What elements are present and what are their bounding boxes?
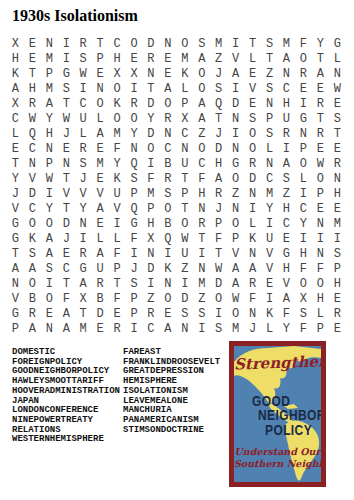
grid-cell-r7c15: O <box>244 126 261 141</box>
grid-cell-r1c12: S <box>193 36 210 51</box>
grid-cell-r11c1: J <box>7 186 24 201</box>
grid-cell-r8c3: N <box>41 141 58 156</box>
grid-cell-r4c18: E <box>295 81 312 96</box>
grid-cell-r13c18: Y <box>295 217 312 232</box>
grid-cell-r2c12: A <box>193 51 210 66</box>
grid-cell-r20c12: I <box>193 322 210 337</box>
grid-cell-r20c3: N <box>41 322 58 337</box>
grid-cell-r10c9: F <box>143 171 160 186</box>
grid-cell-r15c4: E <box>58 247 75 262</box>
grid-cell-r14c16: U <box>261 232 278 247</box>
grid-cell-r2c10: E <box>159 51 176 66</box>
grid-cell-r13c12: R <box>193 217 210 232</box>
grid-cell-r5c7: K <box>109 96 126 111</box>
grid-cell-r16c3: S <box>41 262 58 277</box>
grid-cell-r19c13: I <box>210 307 227 322</box>
grid-cell-r7c3: H <box>41 126 58 141</box>
grid-cell-r2c16: T <box>261 51 278 66</box>
grid-cell-r15c1: T <box>7 247 24 262</box>
grid-cell-r5c4: T <box>58 96 75 111</box>
grid-cell-r19c8: P <box>126 307 143 322</box>
grid-cell-r2c19: T <box>312 51 329 66</box>
grid-cell-r14c18: I <box>295 232 312 247</box>
grid-cell-r4c1: A <box>7 81 24 96</box>
grid-cell-r14c7: L <box>109 232 126 247</box>
grid-cell-r8c2: C <box>24 141 41 156</box>
grid-cell-r14c1: G <box>7 232 24 247</box>
grid-cell-r11c5: V <box>75 186 92 201</box>
grid-cell-r6c5: U <box>75 111 92 126</box>
grid-cell-r14c10: Q <box>159 232 176 247</box>
grid-cell-r14c15: K <box>244 232 261 247</box>
grid-cell-r8c15: O <box>244 141 261 156</box>
grid-cell-r17c5: A <box>75 277 92 292</box>
grid-cell-r11c3: I <box>41 186 58 201</box>
grid-cell-r15c8: I <box>126 247 143 262</box>
grid-cell-r4c20: W <box>329 81 346 96</box>
grid-cell-r15c9: N <box>143 247 160 262</box>
grid-cell-r19c4: A <box>58 307 75 322</box>
grid-cell-r12c20: E <box>329 202 346 217</box>
grid-cell-r18c9: Z <box>143 292 160 307</box>
grid-cell-r20c13: S <box>210 322 227 337</box>
grid-cell-r13c1: G <box>7 217 24 232</box>
grid-cell-r6c13: T <box>210 111 227 126</box>
grid-cell-r10c4: T <box>58 171 75 186</box>
grid-cell-r5c8: R <box>126 96 143 111</box>
grid-cell-r11c12: H <box>193 186 210 201</box>
grid-cell-r7c19: R <box>312 126 329 141</box>
grid-cell-r7c7: M <box>109 126 126 141</box>
grid-cell-r13c14: O <box>227 217 244 232</box>
grid-cell-r4c16: S <box>261 81 278 96</box>
grid-cell-r17c8: S <box>126 277 143 292</box>
grid-cell-r1c17: M <box>278 36 295 51</box>
grid-cell-r18c8: P <box>126 292 143 307</box>
grid-cell-r11c7: U <box>109 186 126 201</box>
grid-cell-r6c16: P <box>261 111 278 126</box>
grid-cell-r17c7: T <box>109 277 126 292</box>
grid-cell-r7c5: L <box>75 126 92 141</box>
grid-cell-r13c19: N <box>312 217 329 232</box>
grid-cell-r3c8: X <box>126 66 143 81</box>
grid-cell-r12c12: N <box>193 202 210 217</box>
grid-cell-r13c6: E <box>92 217 109 232</box>
word-list: DOMESTICFOREIGNPOLICYGOODNEIGHBORPOLICYH… <box>12 348 220 445</box>
grid-cell-r1c2: E <box>24 36 41 51</box>
grid-cell-r9c12: C <box>193 156 210 171</box>
grid-cell-r11c18: I <box>295 186 312 201</box>
grid-cell-r6c9: Y <box>143 111 160 126</box>
grid-cell-r1c5: R <box>75 36 92 51</box>
grid-cell-r4c5: I <box>75 81 92 96</box>
grid-cell-r5c14: D <box>227 96 244 111</box>
grid-cell-r3c18: R <box>295 66 312 81</box>
grid-cell-r16c17: H <box>278 262 295 277</box>
grid-cell-r6c6: L <box>92 111 109 126</box>
word-list-item: WESTERNHEMISPHERE <box>12 435 123 445</box>
grid-cell-r9c14: G <box>227 156 244 171</box>
grid-cell-r14c13: F <box>210 232 227 247</box>
grid-cell-r18c20: E <box>329 292 346 307</box>
grid-cell-r10c1: Y <box>7 171 24 186</box>
grid-cell-r18c5: X <box>75 292 92 307</box>
grid-cell-r19c11: S <box>176 307 193 322</box>
grid-cell-r19c17: F <box>278 307 295 322</box>
grid-cell-r16c16: V <box>261 262 278 277</box>
grid-cell-r8c7: F <box>109 141 126 156</box>
grid-cell-r12c19: E <box>312 202 329 217</box>
grid-cell-r3c1: K <box>7 66 24 81</box>
grid-cell-r17c6: R <box>92 277 109 292</box>
grid-cell-r5c3: A <box>41 96 58 111</box>
grid-cell-r11c19: P <box>312 186 329 201</box>
grid-cell-r5c19: R <box>312 96 329 111</box>
grid-cell-r9c1: T <box>7 156 24 171</box>
grid-cell-r17c13: D <box>210 277 227 292</box>
grid-cell-r17c9: I <box>143 277 160 292</box>
grid-cell-r10c8: S <box>126 171 143 186</box>
grid-cell-r12c2: C <box>24 202 41 217</box>
grid-cell-r1c1: X <box>7 36 24 51</box>
grid-cell-r1c15: T <box>244 36 261 51</box>
grid-cell-r17c10: N <box>159 277 176 292</box>
grid-cell-r16c10: K <box>159 262 176 277</box>
grid-cell-r18c7: F <box>109 292 126 307</box>
grid-cell-r10c6: E <box>92 171 109 186</box>
grid-cell-r13c15: L <box>244 217 261 232</box>
grid-cell-r6c3: Y <box>41 111 58 126</box>
grid-cell-r15c6: A <box>92 247 109 262</box>
grid-cell-r19c6: D <box>92 307 109 322</box>
grid-cell-r5c16: N <box>261 96 278 111</box>
poster-strengthen-text: Strengthen <box>234 352 321 373</box>
grid-cell-r6c20: S <box>329 111 346 126</box>
grid-cell-r2c15: L <box>244 51 261 66</box>
grid-cell-r8c5: R <box>75 141 92 156</box>
grid-cell-r1c14: I <box>227 36 244 51</box>
grid-cell-r5c12: A <box>193 96 210 111</box>
grid-cell-r18c6: B <box>92 292 109 307</box>
grid-cell-r4c10: A <box>159 81 176 96</box>
grid-cell-r12c5: Y <box>75 202 92 217</box>
grid-cell-r11c14: Z <box>227 186 244 201</box>
grid-cell-r8c6: E <box>92 141 109 156</box>
grid-cell-r4c8: I <box>126 81 143 96</box>
grid-cell-r3c4: G <box>58 66 75 81</box>
grid-cell-r3c2: T <box>24 66 41 81</box>
grid-cell-r17c20: H <box>329 277 346 292</box>
poster-understand-our-text: Understand Our <box>234 446 321 457</box>
grid-cell-r18c2: B <box>24 292 41 307</box>
grid-cell-r13c4: D <box>58 217 75 232</box>
grid-cell-r15c3: A <box>41 247 58 262</box>
grid-cell-r19c9: R <box>143 307 160 322</box>
grid-cell-r15c2: S <box>24 247 41 262</box>
grid-cell-r3c11: K <box>176 66 193 81</box>
grid-cell-r17c11: I <box>176 277 193 292</box>
grid-cell-r7c18: N <box>295 126 312 141</box>
grid-cell-r11c20: H <box>329 186 346 201</box>
grid-cell-r2c20: L <box>329 51 346 66</box>
grid-cell-r8c11: N <box>176 141 193 156</box>
grid-cell-r5c9: D <box>143 96 160 111</box>
grid-cell-r5c18: I <box>295 96 312 111</box>
grid-cell-r20c9: C <box>143 322 160 337</box>
grid-cell-r3c15: E <box>244 66 261 81</box>
grid-cell-r3c6: E <box>92 66 109 81</box>
grid-cell-r18c4: F <box>58 292 75 307</box>
grid-cell-r15c20: S <box>329 247 346 262</box>
grid-cell-r18c11: D <box>176 292 193 307</box>
grid-cell-r20c15: J <box>244 322 261 337</box>
grid-cell-r7c17: R <box>278 126 295 141</box>
grid-cell-r11c17: Z <box>278 186 295 201</box>
grid-cell-r12c18: C <box>295 202 312 217</box>
grid-cell-r2c3: M <box>41 51 58 66</box>
grid-cell-r3c16: Z <box>261 66 278 81</box>
grid-cell-r15c12: I <box>193 247 210 262</box>
grid-cell-r11c6: V <box>92 186 109 201</box>
poster-headline-policy: POLICY <box>265 421 312 439</box>
grid-cell-r14c5: I <box>75 232 92 247</box>
grid-cell-r8c13: D <box>210 141 227 156</box>
grid-cell-r15c18: H <box>295 247 312 262</box>
grid-cell-r19c16: K <box>261 307 278 322</box>
grid-cell-r15c14: V <box>227 247 244 262</box>
grid-cell-r10c5: J <box>75 171 92 186</box>
grid-cell-r2c2: E <box>24 51 41 66</box>
grid-cell-r12c11: T <box>176 202 193 217</box>
grid-cell-r13c11: O <box>176 217 193 232</box>
grid-cell-r20c8: I <box>126 322 143 337</box>
grid-cell-r17c15: R <box>244 277 261 292</box>
grid-cell-r17c14: A <box>227 277 244 292</box>
grid-cell-r8c17: I <box>278 141 295 156</box>
grid-cell-r8c4: E <box>58 141 75 156</box>
grid-cell-r5c1: X <box>7 96 24 111</box>
grid-cell-r16c5: G <box>75 262 92 277</box>
grid-cell-r7c6: A <box>92 126 109 141</box>
grid-cell-r10c19: O <box>312 171 329 186</box>
grid-cell-r18c19: H <box>312 292 329 307</box>
grid-cell-r20c10: A <box>159 322 176 337</box>
grid-cell-r6c14: N <box>227 111 244 126</box>
grid-cell-r4c17: C <box>278 81 295 96</box>
grid-cell-r5c10: O <box>159 96 176 111</box>
grid-cell-r17c19: O <box>312 277 329 292</box>
grid-cell-r10c18: L <box>295 171 312 186</box>
grid-cell-r17c3: I <box>41 277 58 292</box>
grid-cell-r20c1: P <box>7 322 24 337</box>
grid-cell-r8c20: E <box>329 141 346 156</box>
grid-cell-r2c1: H <box>7 51 24 66</box>
grid-cell-r14c11: W <box>176 232 193 247</box>
good-neighbor-policy-poster: Strengthen GOOD NEIGHBOR POLICY Understa… <box>229 341 326 487</box>
grid-cell-r13c7: I <box>109 217 126 232</box>
grid-cell-r10c14: O <box>227 171 244 186</box>
grid-cell-r5c6: O <box>92 96 109 111</box>
grid-cell-r10c3: W <box>41 171 58 186</box>
grid-cell-r19c3: E <box>41 307 58 322</box>
grid-cell-r3c9: N <box>143 66 160 81</box>
grid-cell-r4c9: T <box>143 81 160 96</box>
grid-cell-r8c1: E <box>7 141 24 156</box>
grid-cell-r17c17: V <box>278 277 295 292</box>
grid-cell-r20c5: M <box>75 322 92 337</box>
grid-cell-r19c2: R <box>24 307 41 322</box>
grid-cell-r20c4: A <box>58 322 75 337</box>
grid-cell-r14c20: I <box>329 232 346 247</box>
grid-cell-r18c14: W <box>227 292 244 307</box>
grid-cell-r6c19: T <box>312 111 329 126</box>
grid-cell-r18c1: V <box>7 292 24 307</box>
grid-cell-r2c9: R <box>143 51 160 66</box>
grid-cell-r18c12: Z <box>193 292 210 307</box>
grid-cell-r15c16: V <box>261 247 278 262</box>
grid-cell-r7c4: J <box>58 126 75 141</box>
grid-cell-r8c19: E <box>312 141 329 156</box>
grid-cell-r8c14: N <box>227 141 244 156</box>
grid-cell-r12c17: H <box>278 202 295 217</box>
grid-cell-r16c12: N <box>193 262 210 277</box>
grid-cell-r11c10: S <box>159 186 176 201</box>
grid-cell-r10c11: T <box>176 171 193 186</box>
grid-cell-r11c8: P <box>126 186 143 201</box>
grid-cell-r2c17: A <box>278 51 295 66</box>
grid-cell-r4c4: S <box>58 81 75 96</box>
grid-cell-r7c13: J <box>210 126 227 141</box>
grid-cell-r7c10: N <box>159 126 176 141</box>
grid-cell-r15c5: R <box>75 247 92 262</box>
grid-cell-r7c1: L <box>7 126 24 141</box>
grid-cell-r9c5: S <box>75 156 92 171</box>
grid-cell-r10c17: S <box>278 171 295 186</box>
grid-cell-r3c7: X <box>109 66 126 81</box>
grid-cell-r15c19: N <box>312 247 329 262</box>
grid-cell-r20c19: P <box>312 322 329 337</box>
grid-cell-r12c14: N <box>227 202 244 217</box>
grid-cell-r20c7: R <box>109 322 126 337</box>
grid-cell-r11c2: D <box>24 186 41 201</box>
grid-cell-r9c18: O <box>295 156 312 171</box>
grid-cell-r16c7: P <box>109 262 126 277</box>
grid-cell-r12c16: Y <box>261 202 278 217</box>
grid-cell-r5c11: P <box>176 96 193 111</box>
grid-cell-r16c19: F <box>312 262 329 277</box>
grid-cell-r9c11: U <box>176 156 193 171</box>
grid-cell-r13c16: I <box>261 217 278 232</box>
grid-cell-r14c17: E <box>278 232 295 247</box>
grid-cell-r6c12: A <box>193 111 210 126</box>
grid-cell-r19c10: E <box>159 307 176 322</box>
grid-cell-r10c20: N <box>329 171 346 186</box>
grid-cell-r11c11: P <box>176 186 193 201</box>
grid-cell-r7c2: Q <box>24 126 41 141</box>
grid-cell-r4c13: S <box>210 81 227 96</box>
grid-cell-r20c16: L <box>261 322 278 337</box>
grid-cell-r17c16: E <box>261 277 278 292</box>
grid-cell-r14c19: I <box>312 232 329 247</box>
grid-cell-r4c7: O <box>109 81 126 96</box>
grid-cell-r19c18: S <box>295 307 312 322</box>
grid-cell-r3c3: P <box>41 66 58 81</box>
grid-cell-r5c5: C <box>75 96 92 111</box>
grid-cell-r13c13: P <box>210 217 227 232</box>
grid-cell-r3c17: N <box>278 66 295 81</box>
grid-cell-r2c5: S <box>75 51 92 66</box>
grid-cell-r6c11: X <box>176 111 193 126</box>
grid-cell-r15c11: U <box>176 247 193 262</box>
grid-cell-r11c9: M <box>143 186 160 201</box>
grid-cell-r9c10: B <box>159 156 176 171</box>
grid-cell-r12c10: O <box>159 202 176 217</box>
grid-cell-r1c20: G <box>329 36 346 51</box>
grid-cell-r6c1: C <box>7 111 24 126</box>
word-list-column-2: FAREASTFRANKLINDROOSEVELTGREATDEPRESSION… <box>123 348 220 445</box>
grid-cell-r6c10: R <box>159 111 176 126</box>
grid-cell-r16c8: J <box>126 262 143 277</box>
grid-cell-r20c20: E <box>329 322 346 337</box>
grid-cell-r9c20: R <box>329 156 346 171</box>
grid-cell-r13c5: N <box>75 217 92 232</box>
grid-cell-r9c6: M <box>92 156 109 171</box>
grid-cell-r5c15: E <box>244 96 261 111</box>
grid-cell-r13c17: C <box>278 217 295 232</box>
grid-cell-r16c11: Z <box>176 262 193 277</box>
grid-cell-r3c14: A <box>227 66 244 81</box>
grid-cell-r1c16: S <box>261 36 278 51</box>
grid-cell-r13c3: O <box>41 217 58 232</box>
grid-cell-r19c5: T <box>75 307 92 322</box>
grid-cell-r11c16: M <box>261 186 278 201</box>
grid-cell-r1c7: C <box>109 36 126 51</box>
grid-cell-r19c1: G <box>7 307 24 322</box>
grid-cell-r6c7: O <box>109 111 126 126</box>
grid-cell-r7c16: S <box>261 126 278 141</box>
grid-cell-r13c8: G <box>126 217 143 232</box>
grid-cell-r17c4: T <box>58 277 75 292</box>
grid-cell-r10c12: F <box>193 171 210 186</box>
grid-cell-r18c16: I <box>261 292 278 307</box>
grid-cell-r17c12: M <box>193 277 210 292</box>
grid-cell-r10c10: R <box>159 171 176 186</box>
grid-cell-r2c7: H <box>109 51 126 66</box>
grid-cell-r4c3: M <box>41 81 58 96</box>
grid-cell-r1c8: O <box>126 36 143 51</box>
grid-cell-r3c5: W <box>75 66 92 81</box>
grid-cell-r16c13: W <box>210 262 227 277</box>
grid-cell-r13c10: B <box>159 217 176 232</box>
poster-southern-neighbors-text: Southern Neighbors <box>234 458 321 469</box>
grid-cell-r1c18: F <box>295 36 312 51</box>
grid-cell-r2c18: O <box>295 51 312 66</box>
grid-cell-r15c7: F <box>109 247 126 262</box>
grid-cell-r9c4: N <box>58 156 75 171</box>
grid-cell-r1c4: I <box>58 36 75 51</box>
grid-cell-r16c15: A <box>244 262 261 277</box>
grid-cell-r2c8: E <box>126 51 143 66</box>
grid-cell-r3c13: J <box>210 66 227 81</box>
grid-cell-r18c15: F <box>244 292 261 307</box>
grid-cell-r16c2: A <box>24 262 41 277</box>
grid-cell-r12c3: Y <box>41 202 58 217</box>
grid-cell-r6c2: W <box>24 111 41 126</box>
grid-cell-r7c20: T <box>329 126 346 141</box>
grid-cell-r18c3: O <box>41 292 58 307</box>
grid-cell-r16c18: F <box>295 262 312 277</box>
grid-cell-r14c8: F <box>126 232 143 247</box>
